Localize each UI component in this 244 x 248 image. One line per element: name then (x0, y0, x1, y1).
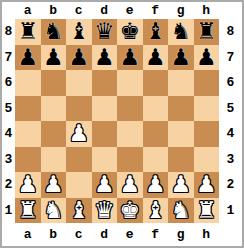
file-label-d: d (92, 228, 118, 241)
square-b4[interactable] (41, 121, 67, 147)
square-b6[interactable] (41, 70, 67, 96)
rank-label-2: 2 (227, 178, 235, 191)
file-labels-top: abcdefgh (15, 2, 219, 19)
square-h4[interactable] (194, 121, 220, 147)
rank-label-1: 1 (5, 204, 13, 217)
rank-label-8: 8 (227, 25, 235, 38)
rank-labels-left: 87654321 (2, 19, 15, 223)
white-rook-icon[interactable]: ♜ (15, 198, 41, 224)
square-e5[interactable] (117, 96, 143, 122)
board: ♜♞♝♛♚♝♞♜♟♟♟♟♟♟♟♟♟♟♟♟♟♟♟♟♜♞♝♛♚♝♞♜ (15, 19, 219, 223)
file-label-a: a (15, 4, 41, 17)
square-c2[interactable] (66, 172, 92, 198)
black-queen-icon[interactable]: ♛ (92, 19, 118, 45)
rank-label-4: 4 (227, 127, 235, 140)
black-pawn-icon[interactable]: ♟ (194, 45, 220, 71)
black-bishop-icon[interactable]: ♝ (143, 19, 169, 45)
square-b7[interactable]: ♟ (41, 45, 67, 71)
square-h8[interactable]: ♜ (194, 19, 220, 45)
square-b2[interactable]: ♟ (41, 172, 67, 198)
square-e7[interactable]: ♟ (117, 45, 143, 71)
square-d2[interactable]: ♟ (92, 172, 118, 198)
square-d3[interactable] (92, 147, 118, 173)
square-g8[interactable]: ♞ (168, 19, 194, 45)
black-pawn-icon[interactable]: ♟ (41, 45, 67, 71)
square-f3[interactable] (143, 147, 169, 173)
black-pawn-icon[interactable]: ♟ (143, 45, 169, 71)
square-d8[interactable]: ♛ (92, 19, 118, 45)
square-a1[interactable]: ♜ (15, 198, 41, 224)
white-pawn-icon[interactable]: ♟ (168, 172, 194, 198)
square-a6[interactable] (15, 70, 41, 96)
rank-label-6: 6 (227, 76, 235, 89)
square-g4[interactable] (168, 121, 194, 147)
square-f7[interactable]: ♟ (143, 45, 169, 71)
file-label-e: e (117, 228, 143, 241)
black-pawn-icon[interactable]: ♟ (92, 45, 118, 71)
black-pawn-icon[interactable]: ♟ (15, 45, 41, 71)
file-label-f: f (143, 4, 169, 17)
file-label-f: f (143, 228, 169, 241)
black-pawn-icon[interactable]: ♟ (168, 45, 194, 71)
square-d1[interactable]: ♛ (92, 198, 118, 224)
file-label-b: b (41, 4, 67, 17)
square-f1[interactable]: ♝ (143, 198, 169, 224)
file-label-c: c (66, 4, 92, 17)
white-bishop-icon[interactable]: ♝ (66, 198, 92, 224)
square-a8[interactable]: ♜ (15, 19, 41, 45)
square-b1[interactable]: ♞ (41, 198, 67, 224)
square-h2[interactable]: ♟ (194, 172, 220, 198)
black-bishop-icon[interactable]: ♝ (66, 19, 92, 45)
white-rook-icon[interactable]: ♜ (194, 198, 220, 224)
white-pawn-icon[interactable]: ♟ (15, 172, 41, 198)
square-c3[interactable] (66, 147, 92, 173)
rank-label-7: 7 (5, 51, 13, 64)
black-pawn-icon[interactable]: ♟ (117, 45, 143, 71)
file-label-c: c (66, 228, 92, 241)
square-e2[interactable]: ♟ (117, 172, 143, 198)
file-label-d: d (92, 4, 118, 17)
square-c6[interactable] (66, 70, 92, 96)
square-g5[interactable] (168, 96, 194, 122)
white-king-icon[interactable]: ♚ (117, 198, 143, 224)
file-label-g: g (168, 4, 194, 17)
square-g6[interactable] (168, 70, 194, 96)
square-b3[interactable] (41, 147, 67, 173)
white-pawn-icon[interactable]: ♟ (117, 172, 143, 198)
square-e6[interactable] (117, 70, 143, 96)
black-knight-icon[interactable]: ♞ (41, 19, 67, 45)
square-b5[interactable] (41, 96, 67, 122)
square-g3[interactable] (168, 147, 194, 173)
file-label-h: h (194, 228, 220, 241)
file-label-b: b (41, 228, 67, 241)
rank-label-3: 3 (227, 153, 235, 166)
white-pawn-icon[interactable]: ♟ (143, 172, 169, 198)
square-f6[interactable] (143, 70, 169, 96)
square-c8[interactable]: ♝ (66, 19, 92, 45)
square-h3[interactable] (194, 147, 220, 173)
black-knight-icon[interactable]: ♞ (168, 19, 194, 45)
square-a7[interactable]: ♟ (15, 45, 41, 71)
rank-label-4: 4 (5, 127, 13, 140)
rank-label-5: 5 (5, 102, 13, 115)
black-rook-icon[interactable]: ♜ (15, 19, 41, 45)
square-d7[interactable]: ♟ (92, 45, 118, 71)
square-d6[interactable] (92, 70, 118, 96)
square-c5[interactable] (66, 96, 92, 122)
rank-label-2: 2 (5, 178, 13, 191)
file-label-a: a (15, 228, 41, 241)
square-c1[interactable]: ♝ (66, 198, 92, 224)
square-a5[interactable] (15, 96, 41, 122)
square-h6[interactable] (194, 70, 220, 96)
square-d5[interactable] (92, 96, 118, 122)
white-bishop-icon[interactable]: ♝ (143, 198, 169, 224)
square-f5[interactable] (143, 96, 169, 122)
square-f4[interactable] (143, 121, 169, 147)
file-label-g: g (168, 228, 194, 241)
square-c4[interactable]: ♟ (66, 121, 92, 147)
square-g2[interactable]: ♟ (168, 172, 194, 198)
rank-label-5: 5 (227, 102, 235, 115)
square-g7[interactable]: ♟ (168, 45, 194, 71)
file-label-h: h (194, 4, 220, 17)
square-c7[interactable]: ♟ (66, 45, 92, 71)
square-e1[interactable]: ♚ (117, 198, 143, 224)
square-e8[interactable]: ♚ (117, 19, 143, 45)
chessboard-diagram: abcdefgh 87654321 ♜♞♝♛♚♝♞♜♟♟♟♟♟♟♟♟♟♟♟♟♟♟… (0, 0, 244, 248)
black-rook-icon[interactable]: ♜ (194, 19, 220, 45)
white-pawn-icon[interactable]: ♟ (41, 172, 67, 198)
white-pawn-icon[interactable]: ♟ (194, 172, 220, 198)
square-b8[interactable]: ♞ (41, 19, 67, 45)
square-h5[interactable] (194, 96, 220, 122)
black-king-icon[interactable]: ♚ (117, 19, 143, 45)
white-pawn-icon[interactable]: ♟ (66, 121, 92, 147)
square-a4[interactable] (15, 121, 41, 147)
white-pawn-icon[interactable]: ♟ (92, 172, 118, 198)
rank-label-3: 3 (5, 153, 13, 166)
square-f8[interactable]: ♝ (143, 19, 169, 45)
rank-label-7: 7 (227, 51, 235, 64)
file-label-e: e (117, 4, 143, 17)
square-e4[interactable] (117, 121, 143, 147)
square-f2[interactable]: ♟ (143, 172, 169, 198)
square-h1[interactable]: ♜ (194, 198, 220, 224)
square-e3[interactable] (117, 147, 143, 173)
file-labels-bottom: abcdefgh (15, 223, 219, 246)
white-queen-icon[interactable]: ♛ (92, 198, 118, 224)
square-a2[interactable]: ♟ (15, 172, 41, 198)
rank-label-1: 1 (227, 204, 235, 217)
square-g1[interactable]: ♞ (168, 198, 194, 224)
rank-label-8: 8 (5, 25, 13, 38)
square-d4[interactable] (92, 121, 118, 147)
rank-labels-right: 87654321 (219, 19, 242, 223)
square-a3[interactable] (15, 147, 41, 173)
rank-label-6: 6 (5, 76, 13, 89)
white-knight-icon[interactable]: ♞ (41, 198, 67, 224)
square-h7[interactable]: ♟ (194, 45, 220, 71)
black-pawn-icon[interactable]: ♟ (66, 45, 92, 71)
white-knight-icon[interactable]: ♞ (168, 198, 194, 224)
